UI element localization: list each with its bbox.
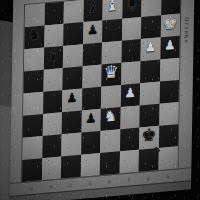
file-label-c: c xyxy=(61,181,81,188)
square-b3[interactable] xyxy=(42,112,62,136)
square-b7[interactable] xyxy=(44,24,64,48)
black-pawn[interactable]: ♟ xyxy=(85,111,97,125)
square-e2[interactable] xyxy=(100,129,120,153)
square-b4[interactable] xyxy=(43,90,63,114)
square-h5[interactable] xyxy=(160,58,180,82)
square-e1[interactable] xyxy=(100,151,120,175)
square-c4[interactable]: ♟ xyxy=(62,88,82,112)
black-bishop[interactable]: ♝ xyxy=(86,0,100,15)
square-e4[interactable] xyxy=(101,85,121,109)
square-g6[interactable]: ♟ xyxy=(140,37,160,61)
maker-logo-icon: ❖ xyxy=(146,139,166,163)
square-f1[interactable] xyxy=(119,150,139,174)
square-a2[interactable] xyxy=(22,136,42,160)
white-queen[interactable]: ♛ xyxy=(103,63,118,81)
square-b8[interactable] xyxy=(44,2,64,26)
square-b6[interactable]: ♝ xyxy=(43,46,63,70)
square-h6[interactable]: ♟ xyxy=(160,36,180,60)
square-c2[interactable] xyxy=(61,133,81,157)
black-pawn[interactable]: ♟ xyxy=(66,90,78,104)
square-c7[interactable] xyxy=(63,22,83,46)
square-c6[interactable] xyxy=(63,44,83,68)
square-e7[interactable] xyxy=(102,19,122,43)
file-label-a: a xyxy=(22,185,42,192)
square-f5[interactable] xyxy=(121,61,141,85)
square-a8[interactable] xyxy=(25,3,45,27)
square-d7[interactable]: ♟ xyxy=(83,20,103,44)
square-d4[interactable] xyxy=(81,87,101,111)
square-b5[interactable] xyxy=(43,68,63,92)
square-h3[interactable] xyxy=(159,102,179,126)
square-a6[interactable] xyxy=(24,48,44,72)
square-g4[interactable] xyxy=(140,82,160,106)
black-pawn[interactable]: ♟ xyxy=(87,22,99,36)
white-king[interactable]: ♚ xyxy=(163,13,178,31)
square-a7[interactable]: ♞ xyxy=(24,25,44,49)
file-label-e: e xyxy=(100,178,120,185)
square-e5[interactable]: ♛ xyxy=(101,63,121,87)
square-d6[interactable] xyxy=(82,42,102,66)
right-frame: Drueke xyxy=(177,0,194,168)
white-pawn[interactable]: ♟ xyxy=(124,85,136,99)
black-knight[interactable]: ♞ xyxy=(27,26,41,42)
square-c1[interactable] xyxy=(61,155,81,179)
square-a1[interactable] xyxy=(22,158,42,182)
square-g7[interactable] xyxy=(141,15,161,39)
square-c8[interactable] xyxy=(64,0,84,24)
square-f7[interactable] xyxy=(121,17,141,41)
white-pawn[interactable]: ♟ xyxy=(145,39,157,53)
square-e3[interactable]: ♞ xyxy=(100,107,120,131)
square-a3[interactable] xyxy=(23,114,43,138)
square-a5[interactable] xyxy=(24,70,44,94)
square-e8[interactable]: ♝ xyxy=(102,0,122,20)
file-label-f: f xyxy=(119,176,139,183)
white-bishop[interactable]: ♝ xyxy=(106,0,120,14)
brand-label: Drueke xyxy=(181,17,190,168)
chessboard-photo: ♝♝♜♞♟♚♝♟♟♛♟♟♟♞♚ ❖ abcdefgh Drueke xyxy=(0,0,200,200)
square-b1[interactable] xyxy=(41,156,61,180)
square-f2[interactable] xyxy=(120,128,140,152)
white-knight[interactable]: ♞ xyxy=(104,108,118,124)
square-g5[interactable] xyxy=(140,60,160,84)
square-c3[interactable] xyxy=(62,111,82,135)
file-label-d: d xyxy=(80,180,100,187)
file-label-g: g xyxy=(138,175,158,182)
square-d1[interactable] xyxy=(80,153,100,177)
chess-board: ♝♝♜♞♟♚♝♟♟♛♟♟♟♞♚ ❖ abcdefgh Drueke xyxy=(10,0,195,200)
black-bishop[interactable]: ♝ xyxy=(46,47,60,63)
square-d3[interactable]: ♟ xyxy=(81,109,101,133)
square-f3[interactable] xyxy=(120,105,140,129)
square-c5[interactable] xyxy=(62,66,82,90)
square-f8[interactable]: ♜ xyxy=(122,0,142,19)
square-b2[interactable] xyxy=(42,134,62,158)
black-rook[interactable]: ♜ xyxy=(125,0,139,12)
square-d5[interactable] xyxy=(82,65,102,89)
square-f6[interactable] xyxy=(121,39,141,63)
square-d2[interactable] xyxy=(81,131,101,155)
file-label-b: b xyxy=(41,183,61,190)
file-label-h: h xyxy=(158,173,178,180)
square-d8[interactable]: ♝ xyxy=(83,0,103,22)
square-h7[interactable]: ♚ xyxy=(160,14,180,38)
square-f4[interactable]: ♟ xyxy=(120,83,140,107)
square-h4[interactable] xyxy=(159,80,179,104)
square-a4[interactable] xyxy=(23,92,43,116)
white-pawn[interactable]: ♟ xyxy=(164,38,176,52)
